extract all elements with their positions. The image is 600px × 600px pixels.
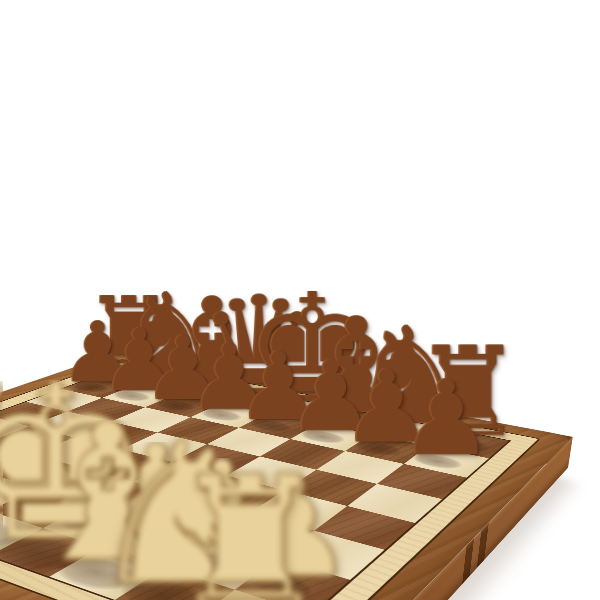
square-f1 — [49, 547, 165, 600]
square-e3 — [91, 482, 190, 521]
square-g3 — [210, 513, 314, 558]
piece-shadow-e2 — [51, 512, 119, 539]
square-g4 — [249, 490, 347, 530]
piece-shadow-d2 — [0, 496, 62, 521]
square-e1 — [0, 528, 102, 577]
square-g2 — [165, 539, 277, 590]
piece-shadow-f1 — [43, 550, 150, 596]
square-f4 — [189, 476, 284, 513]
piece-shadow-g1 — [108, 572, 218, 600]
square-d2 — [0, 488, 91, 528]
piece-shadow-c2 — [0, 481, 10, 504]
piece-shadow-d1 — [0, 512, 31, 554]
chess-board-3d: ♜♞♝♛♚♝♞♜♟♟♟♟♟♟♟♟♟♟♟♟♟♟♟♟♜♞♝♛♚♝♞♜ — [0, 352, 573, 600]
square-h1 — [187, 590, 311, 600]
square-e2 — [43, 504, 148, 547]
piece-shadow-f2 — [110, 529, 181, 558]
square-g1 — [115, 567, 235, 600]
piece-shadow-e1 — [0, 528, 95, 578]
square-c2 — [0, 474, 38, 511]
square-d1 — [0, 511, 43, 556]
square-d3 — [38, 468, 134, 504]
chess-photo-scene: ♜♞♝♛♚♝♞♜♟♟♟♟♟♟♟♟♟♟♟♟♟♟♟♟♜♞♝♛♚♝♞♜ — [0, 0, 600, 600]
square-f3 — [148, 497, 249, 539]
square-h2 — [235, 558, 350, 600]
piece-shadow-g2 — [173, 548, 247, 579]
square-f2 — [102, 520, 210, 567]
square-h4 — [314, 506, 415, 550]
square-g5 — [285, 470, 377, 506]
square-h5 — [347, 484, 442, 523]
square-h3 — [277, 531, 385, 580]
piece-shadow-h2 — [243, 569, 320, 600]
square-h6 — [377, 464, 467, 499]
square-e4 — [133, 462, 226, 497]
